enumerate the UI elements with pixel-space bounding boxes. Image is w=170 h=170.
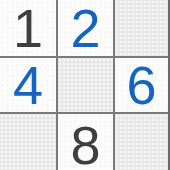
- cell-digit-entered: 4: [13, 58, 43, 112]
- sudoku-cell-r1c3[interactable]: [115, 0, 168, 56]
- sudoku-board: 1 2 4 6 8: [0, 0, 170, 170]
- sudoku-cell-r1c1[interactable]: 1: [0, 0, 56, 56]
- sudoku-cell-r3c1[interactable]: [0, 114, 56, 170]
- sudoku-cell-r3c2[interactable]: 8: [58, 114, 113, 170]
- sudoku-cell-r1c2[interactable]: 2: [58, 0, 113, 56]
- sudoku-cell-r2c1[interactable]: 4: [0, 58, 56, 112]
- cell-digit-given: 1: [13, 1, 43, 55]
- sudoku-cell-r2c2[interactable]: [58, 58, 113, 112]
- cell-digit-given: 8: [70, 118, 100, 170]
- cell-digit-entered: 6: [126, 58, 156, 112]
- sudoku-cell-r2c3[interactable]: 6: [115, 58, 168, 112]
- sudoku-cell-r3c3[interactable]: [115, 114, 168, 170]
- cell-digit-entered: 2: [70, 1, 100, 55]
